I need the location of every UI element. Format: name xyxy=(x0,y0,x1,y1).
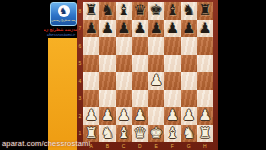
piece-black-bishop-c8[interactable]: ♝ xyxy=(117,2,130,19)
square-e2[interactable] xyxy=(148,107,164,125)
square-c7[interactable]: ♟ xyxy=(116,20,132,38)
piece-white-pawn-h2[interactable]: ♟ xyxy=(198,107,211,124)
piece-black-bishop-f8[interactable]: ♝ xyxy=(166,2,179,19)
square-b3[interactable] xyxy=(99,90,115,108)
piece-white-pawn-e4[interactable]: ♟ xyxy=(150,72,163,89)
square-f4[interactable] xyxy=(164,72,180,90)
piece-black-pawn-g7[interactable]: ♟ xyxy=(182,20,195,37)
square-f2[interactable]: ♟ xyxy=(164,107,180,125)
square-d3[interactable] xyxy=(132,90,148,108)
square-h5[interactable] xyxy=(197,55,213,73)
piece-white-queen-d1[interactable]: ♛ xyxy=(133,125,146,142)
square-g5[interactable] xyxy=(181,55,197,73)
square-f5[interactable] xyxy=(164,55,180,73)
square-e8[interactable]: ♚ xyxy=(148,2,164,20)
square-d1[interactable]: ♛ xyxy=(132,125,148,143)
square-c2[interactable]: ♟ xyxy=(116,107,132,125)
piece-black-king-e8[interactable]: ♚ xyxy=(150,2,163,19)
square-a7[interactable]: ♟ xyxy=(83,20,99,38)
square-b8[interactable]: ♞ xyxy=(99,2,115,20)
logo-caption: مدرسه شطرنج رستمی xyxy=(51,18,76,22)
square-c1[interactable]: ♝ xyxy=(116,125,132,143)
file-label-b: B xyxy=(99,142,115,150)
square-b1[interactable]: ♞ xyxy=(99,125,115,143)
square-g1[interactable]: ♞ xyxy=(181,125,197,143)
square-h8[interactable]: ♜ xyxy=(197,2,213,20)
square-d8[interactable]: ♛ xyxy=(132,2,148,20)
piece-black-pawn-b7[interactable]: ♟ xyxy=(101,20,114,37)
square-c3[interactable] xyxy=(116,90,132,108)
square-d6[interactable] xyxy=(132,37,148,55)
square-b7[interactable]: ♟ xyxy=(99,20,115,38)
square-f7[interactable]: ♟ xyxy=(164,20,180,38)
square-d2[interactable]: ♟ xyxy=(132,107,148,125)
watermark-url: aparat.com/chessrostami xyxy=(2,139,90,148)
file-labels: ABCDEFGH xyxy=(83,142,213,150)
board-squares: ♜♞♝♛♚♝♞♜♟♟♟♟♟♟♟♟♟♟♟♟♟♟♟♟♜♞♝♛♚♝♞♜ xyxy=(83,2,213,142)
square-f8[interactable]: ♝ xyxy=(164,2,180,20)
square-f1[interactable]: ♝ xyxy=(164,125,180,143)
piece-white-king-e1[interactable]: ♚ xyxy=(150,125,163,142)
square-e5[interactable] xyxy=(148,55,164,73)
square-h2[interactable]: ♟ xyxy=(197,107,213,125)
piece-black-knight-g8[interactable]: ♞ xyxy=(182,2,195,19)
square-a2[interactable]: ♟ xyxy=(83,107,99,125)
channel-website: chessrostami.ir xyxy=(44,32,78,37)
video-thumbnail[interactable]: ♞ مدرسه شطرنج رستمی مدرسه شطرنج رستمی ch… xyxy=(0,0,266,150)
square-g8[interactable]: ♞ xyxy=(181,2,197,20)
square-e1[interactable]: ♚ xyxy=(148,125,164,143)
square-g2[interactable]: ♟ xyxy=(181,107,197,125)
square-a5[interactable] xyxy=(83,55,99,73)
piece-black-pawn-f7[interactable]: ♟ xyxy=(166,20,179,37)
square-g7[interactable]: ♟ xyxy=(181,20,197,38)
piece-white-bishop-f1[interactable]: ♝ xyxy=(166,125,179,142)
piece-black-queen-d8[interactable]: ♛ xyxy=(133,2,146,19)
file-label-d: D xyxy=(132,142,148,150)
piece-white-knight-g1[interactable]: ♞ xyxy=(182,125,195,142)
square-e4[interactable]: ♟ xyxy=(148,72,164,90)
square-b6[interactable] xyxy=(99,37,115,55)
piece-black-pawn-h7[interactable]: ♟ xyxy=(198,20,211,37)
logo-emblem-circle: ♞ xyxy=(58,5,70,17)
channel-logo: ♞ مدرسه شطرنج رستمی xyxy=(50,2,77,26)
square-d4[interactable] xyxy=(132,72,148,90)
piece-white-rook-h1[interactable]: ♜ xyxy=(198,125,211,142)
piece-white-pawn-c2[interactable]: ♟ xyxy=(117,107,130,124)
piece-black-rook-a8[interactable]: ♜ xyxy=(85,2,98,19)
piece-black-rook-h8[interactable]: ♜ xyxy=(198,2,211,19)
square-f3[interactable] xyxy=(164,90,180,108)
square-b5[interactable] xyxy=(99,55,115,73)
square-e6[interactable] xyxy=(148,37,164,55)
square-g4[interactable] xyxy=(181,72,197,90)
square-a6[interactable] xyxy=(83,37,99,55)
square-c4[interactable] xyxy=(116,72,132,90)
piece-black-pawn-e7[interactable]: ♟ xyxy=(150,20,163,37)
piece-white-pawn-f2[interactable]: ♟ xyxy=(166,107,179,124)
file-label-f: F xyxy=(164,142,180,150)
piece-white-pawn-a2[interactable]: ♟ xyxy=(85,107,98,124)
file-label-h: H xyxy=(197,142,213,150)
square-e7[interactable]: ♟ xyxy=(148,20,164,38)
square-a8[interactable]: ♜ xyxy=(83,2,99,20)
piece-white-pawn-g2[interactable]: ♟ xyxy=(182,107,195,124)
piece-black-pawn-a7[interactable]: ♟ xyxy=(85,20,98,37)
piece-black-knight-b8[interactable]: ♞ xyxy=(101,2,114,19)
square-c8[interactable]: ♝ xyxy=(116,2,132,20)
square-h4[interactable] xyxy=(197,72,213,90)
square-h1[interactable]: ♜ xyxy=(197,125,213,143)
square-g3[interactable] xyxy=(181,90,197,108)
square-h3[interactable] xyxy=(197,90,213,108)
square-a4[interactable] xyxy=(83,72,99,90)
chess-board: 87654321 ♜♞♝♛♚♝♞♜♟♟♟♟♟♟♟♟♟♟♟♟♟♟♟♟♜♞♝♛♚♝♞… xyxy=(77,0,218,150)
piece-white-bishop-c1[interactable]: ♝ xyxy=(117,125,130,142)
square-h7[interactable]: ♟ xyxy=(197,20,213,38)
piece-white-pawn-b2[interactable]: ♟ xyxy=(101,107,114,124)
file-label-c: C xyxy=(116,142,132,150)
square-b2[interactable]: ♟ xyxy=(99,107,115,125)
square-g6[interactable] xyxy=(181,37,197,55)
square-f6[interactable] xyxy=(164,37,180,55)
square-e3[interactable] xyxy=(148,90,164,108)
square-d7[interactable]: ♟ xyxy=(132,20,148,38)
square-h6[interactable] xyxy=(197,37,213,55)
square-b4[interactable] xyxy=(99,72,115,90)
piece-black-pawn-c7[interactable]: ♟ xyxy=(117,20,130,37)
square-c6[interactable] xyxy=(116,37,132,55)
piece-white-knight-b1[interactable]: ♞ xyxy=(101,125,114,142)
square-a3[interactable] xyxy=(83,90,99,108)
square-d5[interactable] xyxy=(132,55,148,73)
chess-knight-icon: ♞ xyxy=(59,7,67,16)
piece-white-pawn-d2[interactable]: ♟ xyxy=(133,107,146,124)
piece-black-pawn-d7[interactable]: ♟ xyxy=(133,20,146,37)
square-c5[interactable] xyxy=(116,55,132,73)
file-label-g: G xyxy=(181,142,197,150)
channel-title-farsi: مدرسه شطرنج رستمی xyxy=(44,27,78,32)
sidebar-yellow-panel xyxy=(48,38,77,150)
file-label-e: E xyxy=(148,142,164,150)
